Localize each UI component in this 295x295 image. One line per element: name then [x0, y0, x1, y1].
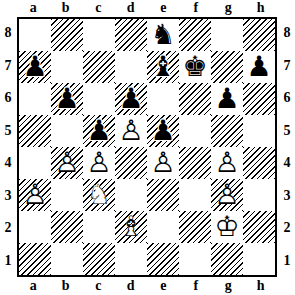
square-h2[interactable] [243, 211, 275, 243]
square-g7[interactable] [211, 51, 243, 83]
rank-label-right-2: 2 [279, 212, 295, 245]
file-label-bottom-f: f [180, 278, 213, 294]
file-label-top-f: f [180, 0, 213, 16]
square-f2[interactable] [179, 211, 211, 243]
black-pawn-icon[interactable]: ♟ [83, 115, 115, 147]
rank-label-left-6: 6 [0, 82, 16, 115]
white-king-silhouette: ♚ [211, 211, 243, 243]
file-labels-bottom: abcdefgh [17, 278, 277, 294]
square-e3[interactable] [147, 179, 179, 211]
square-b3[interactable] [51, 179, 83, 211]
file-label-top-c: c [82, 0, 115, 16]
square-f3[interactable] [179, 179, 211, 211]
white-pawn-icon[interactable]: ♙ [19, 179, 51, 211]
black-pawn-icon[interactable]: ♟ [51, 83, 83, 115]
square-g1[interactable] [211, 243, 243, 275]
rank-labels-left: 87654321 [0, 17, 16, 277]
file-label-bottom-g: g [212, 278, 245, 294]
white-pawn-silhouette: ♟ [211, 147, 243, 179]
square-b4[interactable]: ♟♙ [51, 147, 83, 179]
square-e5[interactable]: ♟ [147, 115, 179, 147]
rank-label-right-5: 5 [279, 115, 295, 148]
square-e2[interactable] [147, 211, 179, 243]
file-label-bottom-a: a [17, 278, 50, 294]
square-a4[interactable] [19, 147, 51, 179]
square-e4[interactable]: ♟♙ [147, 147, 179, 179]
file-label-bottom-e: e [147, 278, 180, 294]
square-a1[interactable] [19, 243, 51, 275]
black-pawn-icon[interactable]: ♟ [211, 83, 243, 115]
file-labels-top: abcdefgh [17, 0, 277, 16]
square-f6[interactable] [179, 83, 211, 115]
white-king-icon[interactable]: ♔ [211, 211, 243, 243]
white-pawn-icon[interactable]: ♙ [83, 147, 115, 179]
black-king-icon[interactable]: ♚ [179, 51, 211, 83]
file-label-top-d: d [115, 0, 148, 16]
rank-label-right-3: 3 [279, 180, 295, 213]
rank-label-right-6: 6 [279, 82, 295, 115]
square-c6[interactable] [83, 83, 115, 115]
square-a6[interactable] [19, 83, 51, 115]
square-d7[interactable] [115, 51, 147, 83]
square-f1[interactable] [179, 243, 211, 275]
square-d5[interactable]: ♟♙ [115, 115, 147, 147]
square-a2[interactable] [19, 211, 51, 243]
square-f7[interactable]: ♚ [179, 51, 211, 83]
square-d8[interactable] [115, 19, 147, 51]
square-h5[interactable] [243, 115, 275, 147]
file-label-top-g: g [212, 0, 245, 16]
white-bishop-icon[interactable]: ♗ [115, 211, 147, 243]
white-pawn-silhouette: ♟ [83, 147, 115, 179]
white-knight-icon[interactable]: ♘ [83, 179, 115, 211]
square-h8[interactable] [243, 19, 275, 51]
black-pawn-icon[interactable]: ♟ [19, 51, 51, 83]
square-b2[interactable] [51, 211, 83, 243]
square-a8[interactable] [19, 19, 51, 51]
square-f4[interactable] [179, 147, 211, 179]
black-pawn-icon[interactable]: ♟ [147, 115, 179, 147]
white-pawn-icon[interactable]: ♙ [211, 179, 243, 211]
file-label-bottom-d: d [115, 278, 148, 294]
white-pawn-icon[interactable]: ♙ [115, 115, 147, 147]
square-b7[interactable] [51, 51, 83, 83]
square-h6[interactable] [243, 83, 275, 115]
square-d4[interactable] [115, 147, 147, 179]
square-b8[interactable] [51, 19, 83, 51]
square-d6[interactable]: ♟ [115, 83, 147, 115]
white-pawn-icon[interactable]: ♙ [211, 147, 243, 179]
square-f5[interactable] [179, 115, 211, 147]
square-f8[interactable] [179, 19, 211, 51]
rank-label-left-1: 1 [0, 245, 16, 278]
rank-labels-right: 87654321 [279, 17, 295, 277]
white-pawn-silhouette: ♟ [19, 179, 51, 211]
file-label-top-a: a [17, 0, 50, 16]
square-d1[interactable] [115, 243, 147, 275]
rank-label-right-8: 8 [279, 17, 295, 50]
square-b6[interactable]: ♟ [51, 83, 83, 115]
board: ♞♟♝♚♟♟♟♟♟♟♙♟♟♙♟♙♟♙♟♙♟♙♞♘♟♙♝♗♚♔ [17, 17, 277, 277]
black-bishop-icon[interactable]: ♝ [147, 51, 179, 83]
rank-label-left-5: 5 [0, 115, 16, 148]
rank-label-left-8: 8 [0, 17, 16, 50]
square-c3[interactable]: ♞♘ [83, 179, 115, 211]
square-c4[interactable]: ♟♙ [83, 147, 115, 179]
file-label-bottom-c: c [82, 278, 115, 294]
square-e7[interactable]: ♝ [147, 51, 179, 83]
square-h7[interactable]: ♟ [243, 51, 275, 83]
square-c1[interactable] [83, 243, 115, 275]
square-e6[interactable] [147, 83, 179, 115]
square-h4[interactable] [243, 147, 275, 179]
file-label-top-e: e [147, 0, 180, 16]
square-b5[interactable] [51, 115, 83, 147]
square-d2[interactable]: ♝♗ [115, 211, 147, 243]
chess-diagram: abcdefgh 87654321 87654321 ♞♟♝♚♟♟♟♟♟♟♙♟♟… [0, 0, 295, 295]
square-c2[interactable] [83, 211, 115, 243]
rank-label-left-7: 7 [0, 50, 16, 83]
white-pawn-silhouette: ♟ [115, 115, 147, 147]
square-h3[interactable] [243, 179, 275, 211]
file-label-top-h: h [245, 0, 278, 16]
square-g8[interactable] [211, 19, 243, 51]
white-pawn-silhouette: ♟ [51, 147, 83, 179]
black-pawn-icon[interactable]: ♟ [243, 51, 275, 83]
square-c8[interactable] [83, 19, 115, 51]
square-c7[interactable] [83, 51, 115, 83]
file-label-bottom-h: h [245, 278, 278, 294]
square-g3[interactable]: ♟♙ [211, 179, 243, 211]
black-knight-icon[interactable]: ♞ [147, 19, 179, 51]
square-c5[interactable]: ♟ [83, 115, 115, 147]
white-pawn-silhouette: ♟ [147, 147, 179, 179]
file-label-bottom-b: b [50, 278, 83, 294]
white-pawn-silhouette: ♟ [211, 179, 243, 211]
square-g4[interactable]: ♟♙ [211, 147, 243, 179]
white-pawn-icon[interactable]: ♙ [147, 147, 179, 179]
rank-label-left-3: 3 [0, 180, 16, 213]
square-b1[interactable] [51, 243, 83, 275]
square-g6[interactable]: ♟ [211, 83, 243, 115]
black-pawn-icon[interactable]: ♟ [115, 83, 147, 115]
white-knight-silhouette: ♞ [83, 179, 115, 211]
white-pawn-icon[interactable]: ♙ [51, 147, 83, 179]
rank-label-right-4: 4 [279, 147, 295, 180]
square-a5[interactable] [19, 115, 51, 147]
file-label-top-b: b [50, 0, 83, 16]
square-a3[interactable]: ♟♙ [19, 179, 51, 211]
square-d3[interactable] [115, 179, 147, 211]
square-e1[interactable] [147, 243, 179, 275]
rank-label-left-4: 4 [0, 147, 16, 180]
square-h1[interactable] [243, 243, 275, 275]
white-bishop-silhouette: ♝ [115, 211, 147, 243]
rank-label-left-2: 2 [0, 212, 16, 245]
rank-label-right-7: 7 [279, 50, 295, 83]
square-e8[interactable]: ♞ [147, 19, 179, 51]
square-g2[interactable]: ♚♔ [211, 211, 243, 243]
square-g5[interactable] [211, 115, 243, 147]
rank-label-right-1: 1 [279, 245, 295, 278]
square-a7[interactable]: ♟ [19, 51, 51, 83]
